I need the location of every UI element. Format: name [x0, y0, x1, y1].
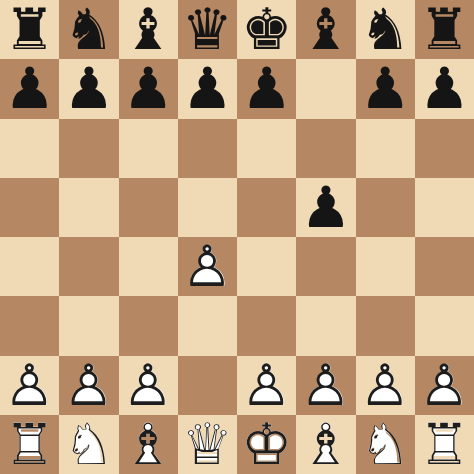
square-a2[interactable]: ♟♙	[0, 356, 59, 415]
piece-glyph-outline: ♙	[0, 356, 59, 415]
piece-glyph-outline: ♔	[237, 415, 296, 474]
white-pawn[interactable]: ♟♙	[415, 356, 474, 415]
square-g3[interactable]	[356, 296, 415, 355]
black-pawn[interactable]: ♟	[356, 59, 415, 118]
square-b7[interactable]: ♟	[59, 59, 118, 118]
piece-glyph-fill: ♝	[296, 0, 355, 59]
square-h3[interactable]	[415, 296, 474, 355]
square-f7[interactable]	[296, 59, 355, 118]
piece-glyph-fill: ♞	[59, 415, 118, 474]
square-g8[interactable]: ♞	[356, 0, 415, 59]
piece-glyph-fill: ♟	[0, 356, 59, 415]
square-b3[interactable]	[59, 296, 118, 355]
piece-glyph-fill: ♟	[119, 356, 178, 415]
square-f3[interactable]	[296, 296, 355, 355]
piece-glyph-outline: ♗	[119, 415, 178, 474]
piece-glyph-fill: ♜	[415, 415, 474, 474]
square-d4[interactable]: ♟♙	[178, 237, 237, 296]
square-f5[interactable]: ♟	[296, 178, 355, 237]
square-c5[interactable]	[119, 178, 178, 237]
piece-glyph-outline: ♙	[415, 356, 474, 415]
piece-glyph-fill: ♟	[178, 237, 237, 296]
black-pawn[interactable]: ♟	[237, 59, 296, 118]
piece-glyph-outline: ♘	[356, 415, 415, 474]
square-g5[interactable]	[356, 178, 415, 237]
piece-glyph-fill: ♟	[59, 59, 118, 118]
piece-glyph-fill: ♟	[119, 59, 178, 118]
piece-glyph-outline: ♖	[415, 415, 474, 474]
square-d1[interactable]: ♛♕	[178, 415, 237, 474]
piece-glyph-fill: ♟	[415, 59, 474, 118]
square-g1[interactable]: ♞♘	[356, 415, 415, 474]
square-a3[interactable]	[0, 296, 59, 355]
square-e8[interactable]: ♚	[237, 0, 296, 59]
square-b5[interactable]	[59, 178, 118, 237]
square-h1[interactable]: ♜♖	[415, 415, 474, 474]
piece-glyph-fill: ♞	[59, 0, 118, 59]
piece-glyph-fill: ♟	[296, 356, 355, 415]
square-h5[interactable]	[415, 178, 474, 237]
piece-glyph-fill: ♟	[59, 356, 118, 415]
black-bishop[interactable]: ♝	[119, 0, 178, 59]
square-f2[interactable]: ♟♙	[296, 356, 355, 415]
white-pawn[interactable]: ♟♙	[0, 356, 59, 415]
square-f8[interactable]: ♝	[296, 0, 355, 59]
piece-glyph-fill: ♝	[119, 415, 178, 474]
square-d6[interactable]	[178, 119, 237, 178]
black-rook[interactable]: ♜	[415, 0, 474, 59]
piece-glyph-outline: ♖	[0, 415, 59, 474]
white-pawn[interactable]: ♟♙	[296, 356, 355, 415]
square-a8[interactable]: ♜	[0, 0, 59, 59]
square-g4[interactable]	[356, 237, 415, 296]
black-pawn[interactable]: ♟	[178, 59, 237, 118]
piece-glyph-fill: ♟	[0, 59, 59, 118]
white-knight[interactable]: ♞♘	[59, 415, 118, 474]
white-pawn[interactable]: ♟♙	[356, 356, 415, 415]
black-queen[interactable]: ♛	[178, 0, 237, 59]
chess-board: ♜♞♝♛♚♝♞♜♟♟♟♟♟♟♟♟♟♙♟♙♟♙♟♙♟♙♟♙♟♙♟♙♜♖♞♘♝♗♛♕…	[0, 0, 474, 474]
square-h6[interactable]	[415, 119, 474, 178]
piece-glyph-fill: ♜	[0, 0, 59, 59]
square-h7[interactable]: ♟	[415, 59, 474, 118]
square-e6[interactable]	[237, 119, 296, 178]
black-pawn[interactable]: ♟	[415, 59, 474, 118]
square-a6[interactable]	[0, 119, 59, 178]
square-e1[interactable]: ♚♔	[237, 415, 296, 474]
piece-glyph-outline: ♗	[296, 415, 355, 474]
black-knight[interactable]: ♞	[356, 0, 415, 59]
square-g2[interactable]: ♟♙	[356, 356, 415, 415]
piece-glyph-fill: ♚	[237, 0, 296, 59]
square-c1[interactable]: ♝♗	[119, 415, 178, 474]
black-rook[interactable]: ♜	[0, 0, 59, 59]
square-d5[interactable]	[178, 178, 237, 237]
piece-glyph-fill: ♜	[415, 0, 474, 59]
piece-glyph-fill: ♝	[296, 415, 355, 474]
square-a7[interactable]: ♟	[0, 59, 59, 118]
square-d8[interactable]: ♛	[178, 0, 237, 59]
white-queen[interactable]: ♛♕	[178, 415, 237, 474]
square-c3[interactable]	[119, 296, 178, 355]
piece-glyph-outline: ♙	[178, 237, 237, 296]
white-knight[interactable]: ♞♘	[356, 415, 415, 474]
square-b4[interactable]	[59, 237, 118, 296]
piece-glyph-fill: ♟	[237, 59, 296, 118]
black-pawn[interactable]: ♟	[59, 59, 118, 118]
square-e7[interactable]: ♟	[237, 59, 296, 118]
square-f6[interactable]	[296, 119, 355, 178]
piece-glyph-fill: ♟	[178, 59, 237, 118]
square-e5[interactable]	[237, 178, 296, 237]
square-e3[interactable]	[237, 296, 296, 355]
white-bishop[interactable]: ♝♗	[296, 415, 355, 474]
black-bishop[interactable]: ♝	[296, 0, 355, 59]
black-pawn[interactable]: ♟	[0, 59, 59, 118]
white-rook[interactable]: ♜♖	[0, 415, 59, 474]
square-b1[interactable]: ♞♘	[59, 415, 118, 474]
piece-glyph-fill: ♜	[0, 415, 59, 474]
square-a4[interactable]	[0, 237, 59, 296]
piece-glyph-fill: ♞	[356, 0, 415, 59]
square-c8[interactable]: ♝	[119, 0, 178, 59]
piece-glyph-outline: ♙	[296, 356, 355, 415]
piece-glyph-outline: ♘	[59, 415, 118, 474]
piece-glyph-outline: ♙	[59, 356, 118, 415]
piece-glyph-fill: ♚	[237, 415, 296, 474]
square-b8[interactable]: ♞	[59, 0, 118, 59]
square-f1[interactable]: ♝♗	[296, 415, 355, 474]
square-d2[interactable]	[178, 356, 237, 415]
white-pawn[interactable]: ♟♙	[237, 356, 296, 415]
piece-glyph-fill: ♞	[356, 415, 415, 474]
white-pawn[interactable]: ♟♙	[119, 356, 178, 415]
square-a5[interactable]	[0, 178, 59, 237]
square-h4[interactable]	[415, 237, 474, 296]
black-knight[interactable]: ♞	[59, 0, 118, 59]
piece-glyph-outline: ♕	[178, 415, 237, 474]
piece-glyph-outline: ♙	[119, 356, 178, 415]
white-pawn[interactable]: ♟♙	[178, 237, 237, 296]
square-b6[interactable]	[59, 119, 118, 178]
square-c4[interactable]	[119, 237, 178, 296]
white-king[interactable]: ♚♔	[237, 415, 296, 474]
piece-glyph-fill: ♟	[415, 356, 474, 415]
square-e4[interactable]	[237, 237, 296, 296]
piece-glyph-fill: ♝	[119, 0, 178, 59]
black-king[interactable]: ♚	[237, 0, 296, 59]
square-f4[interactable]	[296, 237, 355, 296]
piece-glyph-fill: ♟	[356, 59, 415, 118]
square-g6[interactable]	[356, 119, 415, 178]
piece-glyph-fill: ♟	[237, 356, 296, 415]
square-c6[interactable]	[119, 119, 178, 178]
square-h2[interactable]: ♟♙	[415, 356, 474, 415]
piece-glyph-fill: ♛	[178, 415, 237, 474]
piece-glyph-fill: ♟	[296, 178, 355, 237]
square-c7[interactable]: ♟	[119, 59, 178, 118]
piece-glyph-fill: ♛	[178, 0, 237, 59]
white-rook[interactable]: ♜♖	[415, 415, 474, 474]
square-d3[interactable]	[178, 296, 237, 355]
piece-glyph-fill: ♟	[356, 356, 415, 415]
square-g7[interactable]: ♟	[356, 59, 415, 118]
square-h8[interactable]: ♜	[415, 0, 474, 59]
square-a1[interactable]: ♜♖	[0, 415, 59, 474]
white-bishop[interactable]: ♝♗	[119, 415, 178, 474]
piece-glyph-outline: ♙	[237, 356, 296, 415]
white-pawn[interactable]: ♟♙	[59, 356, 118, 415]
black-pawn[interactable]: ♟	[296, 178, 355, 237]
square-e2[interactable]: ♟♙	[237, 356, 296, 415]
piece-glyph-outline: ♙	[356, 356, 415, 415]
square-d7[interactable]: ♟	[178, 59, 237, 118]
square-b2[interactable]: ♟♙	[59, 356, 118, 415]
black-pawn[interactable]: ♟	[119, 59, 178, 118]
square-c2[interactable]: ♟♙	[119, 356, 178, 415]
